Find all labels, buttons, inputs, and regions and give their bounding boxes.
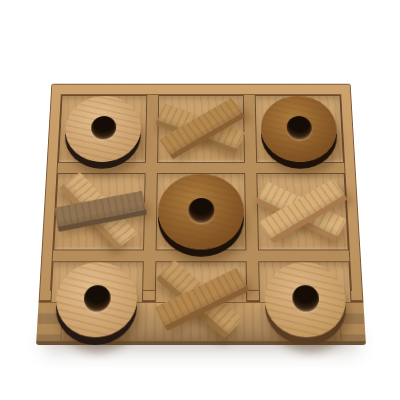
cell-0-2[interactable] xyxy=(255,95,344,163)
x-piece[interactable] xyxy=(158,96,244,162)
tic-tac-toe-board-grid xyxy=(50,94,352,291)
cell-0-0[interactable] xyxy=(58,95,147,163)
cell-1-2[interactable] xyxy=(256,173,348,250)
wooden-game-box xyxy=(36,84,366,346)
o-piece[interactable] xyxy=(64,96,142,162)
product-photo-scene xyxy=(0,0,400,400)
o-piece[interactable] xyxy=(158,174,245,250)
o-piece[interactable] xyxy=(264,262,347,337)
cell-2-1[interactable] xyxy=(154,261,248,338)
cell-0-1[interactable] xyxy=(157,95,245,163)
o-piece[interactable] xyxy=(260,96,338,162)
board-tray xyxy=(39,84,364,302)
x-piece[interactable] xyxy=(54,174,144,250)
cell-1-1[interactable] xyxy=(156,173,247,250)
x-piece[interactable] xyxy=(155,262,247,337)
x-piece[interactable] xyxy=(257,174,347,250)
cell-1-0[interactable] xyxy=(53,173,145,250)
